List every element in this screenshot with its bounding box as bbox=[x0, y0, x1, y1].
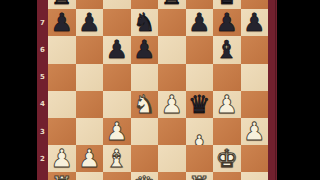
square-g5 bbox=[213, 64, 241, 91]
board-frame: ♜♜♚♟♟♞♟♟♟♟♟♝♞♟♛♟♟♟♟♟♟♝♚♜♛♜ 765432 bbox=[37, 0, 277, 180]
square-g7: ♟ bbox=[213, 9, 241, 36]
square-f6 bbox=[186, 36, 214, 63]
square-b3 bbox=[76, 118, 104, 145]
black-rook-piece: ♜ bbox=[161, 0, 183, 8]
square-f5 bbox=[186, 64, 214, 91]
square-c2: ♝ bbox=[103, 145, 131, 172]
square-d1: ♛ bbox=[131, 172, 159, 180]
square-g1 bbox=[213, 172, 241, 180]
white-king-piece: ♚ bbox=[216, 146, 238, 171]
square-a7: ♟ bbox=[48, 9, 76, 36]
white-rook-piece: ♜ bbox=[188, 173, 210, 180]
square-d5 bbox=[131, 64, 159, 91]
black-pawn-piece: ♟ bbox=[51, 10, 73, 35]
square-d2 bbox=[131, 145, 159, 172]
square-g3 bbox=[213, 118, 241, 145]
rank-label-6: 6 bbox=[37, 46, 48, 54]
white-knight-piece: ♞ bbox=[133, 92, 155, 117]
square-a5 bbox=[48, 64, 76, 91]
square-f3: ♟ bbox=[186, 118, 214, 145]
square-a4 bbox=[48, 91, 76, 118]
square-b6 bbox=[76, 36, 104, 63]
rank-label-3: 3 bbox=[37, 128, 48, 136]
white-pawn-piece: ♟ bbox=[216, 92, 238, 117]
white-pawn-piece: ♟ bbox=[51, 146, 73, 171]
white-bishop-piece: ♝ bbox=[106, 146, 128, 171]
square-b7: ♟ bbox=[76, 9, 104, 36]
square-h1 bbox=[241, 172, 269, 180]
square-b1 bbox=[76, 172, 104, 180]
white-pawn-piece: ♟ bbox=[243, 119, 265, 144]
square-b5 bbox=[76, 64, 104, 91]
square-e4: ♟ bbox=[158, 91, 186, 118]
rank-label-4: 4 bbox=[37, 100, 48, 108]
square-d7: ♞ bbox=[131, 9, 159, 36]
square-a6 bbox=[48, 36, 76, 63]
white-pawn-piece: ♟ bbox=[161, 92, 183, 117]
chess-board: ♜♜♚♟♟♞♟♟♟♟♟♝♞♟♛♟♟♟♟♟♟♝♚♜♛♜ bbox=[48, 0, 268, 180]
square-c4 bbox=[103, 91, 131, 118]
square-b4 bbox=[76, 91, 104, 118]
black-bishop-piece: ♝ bbox=[216, 37, 238, 62]
black-pawn-piece: ♟ bbox=[243, 10, 265, 35]
black-queen-piece: ♛ bbox=[188, 92, 210, 117]
square-h5 bbox=[241, 64, 269, 91]
square-a1: ♜ bbox=[48, 172, 76, 180]
square-f1: ♜ bbox=[186, 172, 214, 180]
square-g2: ♚ bbox=[213, 145, 241, 172]
square-d4: ♞ bbox=[131, 91, 159, 118]
square-c3: ♟ bbox=[103, 118, 131, 145]
square-f4: ♛ bbox=[186, 91, 214, 118]
black-pawn-piece: ♟ bbox=[106, 37, 128, 62]
frame-edge-shadow bbox=[275, 0, 276, 180]
square-e8: ♜ bbox=[158, 0, 186, 9]
rank-label-2: 2 bbox=[37, 155, 48, 163]
square-d6: ♟ bbox=[131, 36, 159, 63]
square-e3 bbox=[158, 118, 186, 145]
square-a2: ♟ bbox=[48, 145, 76, 172]
black-king-piece: ♚ bbox=[216, 0, 238, 8]
white-rook-piece: ♜ bbox=[51, 173, 73, 180]
square-g6: ♝ bbox=[213, 36, 241, 63]
square-a3 bbox=[48, 118, 76, 145]
white-pawn-piece: ♟ bbox=[106, 119, 128, 144]
rank-label-7: 7 bbox=[37, 19, 48, 27]
square-c7 bbox=[103, 9, 131, 36]
square-c1 bbox=[103, 172, 131, 180]
square-f7: ♟ bbox=[186, 9, 214, 36]
square-g4: ♟ bbox=[213, 91, 241, 118]
square-f2 bbox=[186, 145, 214, 172]
white-queen-piece: ♛ bbox=[133, 173, 155, 180]
square-h2 bbox=[241, 145, 269, 172]
white-pawn-piece: ♟ bbox=[78, 146, 100, 171]
square-e6 bbox=[158, 36, 186, 63]
rank-label-5: 5 bbox=[37, 73, 48, 81]
black-pawn-piece: ♟ bbox=[216, 10, 238, 35]
square-e7 bbox=[158, 9, 186, 36]
square-h7: ♟ bbox=[241, 9, 269, 36]
square-e2 bbox=[158, 145, 186, 172]
square-c6: ♟ bbox=[103, 36, 131, 63]
square-d3 bbox=[131, 118, 159, 145]
black-pawn-piece: ♟ bbox=[133, 37, 155, 62]
square-h4 bbox=[241, 91, 269, 118]
square-h6 bbox=[241, 36, 269, 63]
black-pawn-piece: ♟ bbox=[188, 10, 210, 35]
square-h3: ♟ bbox=[241, 118, 269, 145]
square-e5 bbox=[158, 64, 186, 91]
square-e1 bbox=[158, 172, 186, 180]
square-c5 bbox=[103, 64, 131, 91]
square-b2: ♟ bbox=[76, 145, 104, 172]
square-c8 bbox=[103, 0, 131, 9]
black-rook-piece: ♜ bbox=[51, 0, 73, 8]
black-pawn-piece: ♟ bbox=[78, 10, 100, 35]
black-knight-piece: ♞ bbox=[133, 10, 155, 35]
